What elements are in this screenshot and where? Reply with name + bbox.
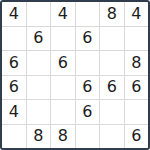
cell-r1c2[interactable] [27, 2, 51, 26]
cell-r5c2[interactable] [27, 100, 51, 124]
cell-r4c1-clue[interactable]: 6 [2, 76, 26, 100]
cell-r3c5[interactable] [100, 51, 124, 75]
cell-r1c1-clue[interactable]: 4 [2, 2, 26, 26]
cell-r3c1-clue[interactable]: 6 [2, 51, 26, 75]
cell-r6c3-clue[interactable]: 8 [51, 125, 75, 149]
puzzle-board: 448466668666646886 [0, 0, 150, 150]
cell-r4c5-clue[interactable]: 6 [100, 76, 124, 100]
cell-r6c4[interactable] [76, 125, 100, 149]
cell-r2c2-clue[interactable]: 6 [27, 27, 51, 51]
cell-r6c5[interactable] [100, 125, 124, 149]
cell-r4c2[interactable] [27, 76, 51, 100]
cell-r3c2[interactable] [27, 51, 51, 75]
cell-r5c4-clue[interactable]: 6 [76, 100, 100, 124]
cell-r6c1[interactable] [2, 125, 26, 149]
cell-r3c4[interactable] [76, 51, 100, 75]
cell-r2c5[interactable] [100, 27, 124, 51]
cell-r1c4[interactable] [76, 2, 100, 26]
cell-r1c3-clue[interactable]: 4 [51, 2, 75, 26]
cell-r6c6-clue[interactable]: 6 [125, 125, 149, 149]
cell-r2c1[interactable] [2, 27, 26, 51]
cell-r4c3[interactable] [51, 76, 75, 100]
cell-r6c2-clue[interactable]: 8 [27, 125, 51, 149]
cell-r3c6-clue[interactable]: 8 [125, 51, 149, 75]
cell-r1c6-clue[interactable]: 4 [125, 2, 149, 26]
cell-r1c5-clue[interactable]: 8 [100, 2, 124, 26]
cell-r3c3-clue[interactable]: 6 [51, 51, 75, 75]
cell-r5c3[interactable] [51, 100, 75, 124]
cell-r4c4-clue[interactable]: 6 [76, 76, 100, 100]
cell-r4c6-clue[interactable]: 6 [125, 76, 149, 100]
cell-r5c6[interactable] [125, 100, 149, 124]
cell-r5c5[interactable] [100, 100, 124, 124]
cell-r2c4-clue[interactable]: 6 [76, 27, 100, 51]
cell-r5c1-clue[interactable]: 4 [2, 100, 26, 124]
cell-r2c6[interactable] [125, 27, 149, 51]
cell-r2c3[interactable] [51, 27, 75, 51]
